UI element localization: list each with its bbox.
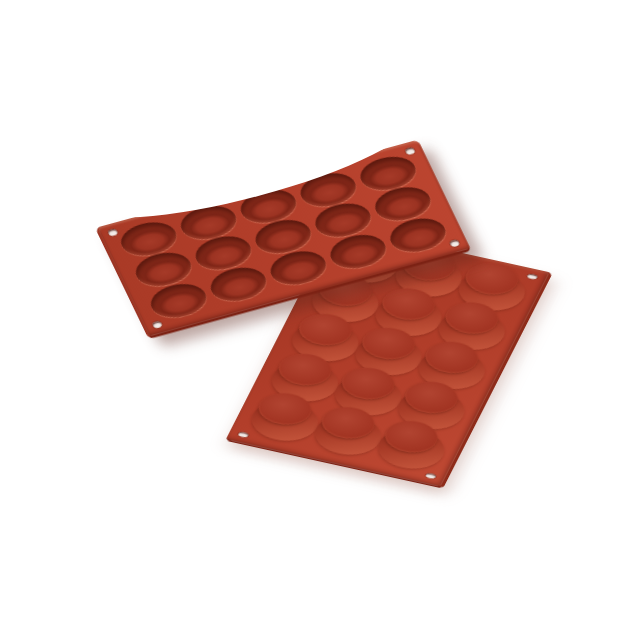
hanging-hole xyxy=(425,473,437,480)
hanging-hole xyxy=(449,239,460,247)
mold-dome xyxy=(244,395,326,446)
dome-top xyxy=(459,259,524,299)
mold-dome xyxy=(307,409,389,460)
mold-dome xyxy=(370,423,452,474)
product-photo xyxy=(0,0,630,630)
